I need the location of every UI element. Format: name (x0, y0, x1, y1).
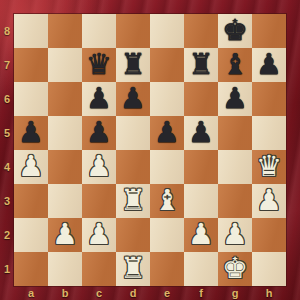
black-bishop-piece[interactable]: ♝ (218, 48, 252, 82)
square-h2[interactable] (252, 218, 286, 252)
file-label-b: b (48, 286, 82, 300)
square-b5[interactable] (48, 116, 82, 150)
white-pawn-piece[interactable]: ♟ (48, 218, 82, 252)
square-b7[interactable] (48, 48, 82, 82)
square-d1[interactable]: ♜ (116, 252, 150, 286)
white-rook-piece[interactable]: ♜ (116, 252, 150, 286)
square-a7[interactable] (14, 48, 48, 82)
black-king-piece[interactable]: ♚ (218, 14, 252, 48)
square-d3[interactable]: ♜ (116, 184, 150, 218)
square-e2[interactable] (150, 218, 184, 252)
square-f3[interactable] (184, 184, 218, 218)
black-rook-piece[interactable]: ♜ (184, 48, 218, 82)
black-pawn-piece[interactable]: ♟ (82, 82, 116, 116)
square-h4[interactable]: ♛ (252, 150, 286, 184)
square-e1[interactable] (150, 252, 184, 286)
rank-label-1: 1 (0, 252, 14, 286)
square-g6[interactable]: ♟ (218, 82, 252, 116)
square-c5[interactable]: ♟ (82, 116, 116, 150)
file-label-f: f (184, 286, 218, 300)
square-h5[interactable] (252, 116, 286, 150)
square-f7[interactable]: ♜ (184, 48, 218, 82)
black-pawn-piece[interactable]: ♟ (14, 116, 48, 150)
white-pawn-piece[interactable]: ♟ (82, 218, 116, 252)
file-label-d: d (116, 286, 150, 300)
square-f4[interactable] (184, 150, 218, 184)
square-b3[interactable] (48, 184, 82, 218)
square-d2[interactable] (116, 218, 150, 252)
black-pawn-piece[interactable]: ♟ (218, 82, 252, 116)
square-g3[interactable] (218, 184, 252, 218)
black-pawn-piece[interactable]: ♟ (252, 48, 286, 82)
square-d4[interactable] (116, 150, 150, 184)
square-e6[interactable] (150, 82, 184, 116)
board: ♚♛♜♜♝♟♟♟♟♟♟♟♟♟♟♛♜♝♟♟♟♟♟♜♚ (14, 14, 286, 286)
square-c4[interactable]: ♟ (82, 150, 116, 184)
square-d5[interactable] (116, 116, 150, 150)
rank-label-8: 8 (0, 14, 14, 48)
square-b6[interactable] (48, 82, 82, 116)
file-label-g: g (218, 286, 252, 300)
white-pawn-piece[interactable]: ♟ (252, 184, 286, 218)
black-rook-piece[interactable]: ♜ (116, 48, 150, 82)
square-g4[interactable] (218, 150, 252, 184)
white-queen-piece[interactable]: ♛ (252, 150, 286, 184)
white-pawn-piece[interactable]: ♟ (82, 150, 116, 184)
square-e3[interactable]: ♝ (150, 184, 184, 218)
rank-label-3: 3 (0, 184, 14, 218)
square-a3[interactable] (14, 184, 48, 218)
rank-label-4: 4 (0, 150, 14, 184)
square-g8[interactable]: ♚ (218, 14, 252, 48)
file-label-c: c (82, 286, 116, 300)
white-rook-piece[interactable]: ♜ (116, 184, 150, 218)
square-f6[interactable] (184, 82, 218, 116)
square-f2[interactable]: ♟ (184, 218, 218, 252)
square-b8[interactable] (48, 14, 82, 48)
square-b4[interactable] (48, 150, 82, 184)
square-b1[interactable] (48, 252, 82, 286)
rank-labels: 87654321 (0, 14, 14, 286)
square-h1[interactable] (252, 252, 286, 286)
file-label-h: h (252, 286, 286, 300)
square-a5[interactable]: ♟ (14, 116, 48, 150)
square-c6[interactable]: ♟ (82, 82, 116, 116)
chess-diagram: 87654321 ♚♛♜♜♝♟♟♟♟♟♟♟♟♟♟♛♜♝♟♟♟♟♟♜♚ abcde… (0, 0, 300, 300)
square-h7[interactable]: ♟ (252, 48, 286, 82)
square-e5[interactable]: ♟ (150, 116, 184, 150)
square-b2[interactable]: ♟ (48, 218, 82, 252)
file-label-e: e (150, 286, 184, 300)
file-labels: abcdefgh (14, 286, 286, 300)
square-h3[interactable]: ♟ (252, 184, 286, 218)
black-pawn-piece[interactable]: ♟ (184, 116, 218, 150)
rank-label-6: 6 (0, 82, 14, 116)
square-f1[interactable] (184, 252, 218, 286)
square-c3[interactable] (82, 184, 116, 218)
file-label-a: a (14, 286, 48, 300)
square-d7[interactable]: ♜ (116, 48, 150, 82)
square-c2[interactable]: ♟ (82, 218, 116, 252)
square-g5[interactable] (218, 116, 252, 150)
square-a1[interactable] (14, 252, 48, 286)
square-g1[interactable]: ♚ (218, 252, 252, 286)
square-a2[interactable] (14, 218, 48, 252)
square-c1[interactable] (82, 252, 116, 286)
square-d6[interactable]: ♟ (116, 82, 150, 116)
black-pawn-piece[interactable]: ♟ (150, 116, 184, 150)
square-d8[interactable] (116, 14, 150, 48)
square-a8[interactable] (14, 14, 48, 48)
black-pawn-piece[interactable]: ♟ (116, 82, 150, 116)
square-h6[interactable] (252, 82, 286, 116)
white-pawn-piece[interactable]: ♟ (14, 150, 48, 184)
square-a6[interactable] (14, 82, 48, 116)
rank-label-2: 2 (0, 218, 14, 252)
square-g7[interactable]: ♝ (218, 48, 252, 82)
square-e4[interactable] (150, 150, 184, 184)
black-pawn-piece[interactable]: ♟ (82, 116, 116, 150)
square-e8[interactable] (150, 14, 184, 48)
square-e7[interactable] (150, 48, 184, 82)
white-pawn-piece[interactable]: ♟ (218, 218, 252, 252)
square-f5[interactable]: ♟ (184, 116, 218, 150)
rank-label-7: 7 (0, 48, 14, 82)
square-g2[interactable]: ♟ (218, 218, 252, 252)
rank-label-5: 5 (0, 116, 14, 150)
square-f8[interactable] (184, 14, 218, 48)
square-c7[interactable]: ♛ (82, 48, 116, 82)
white-bishop-piece[interactable]: ♝ (150, 184, 184, 218)
square-h8[interactable] (252, 14, 286, 48)
white-pawn-piece[interactable]: ♟ (184, 218, 218, 252)
square-c8[interactable] (82, 14, 116, 48)
square-a4[interactable]: ♟ (14, 150, 48, 184)
white-king-piece[interactable]: ♚ (218, 252, 252, 286)
black-queen-piece[interactable]: ♛ (82, 48, 116, 82)
